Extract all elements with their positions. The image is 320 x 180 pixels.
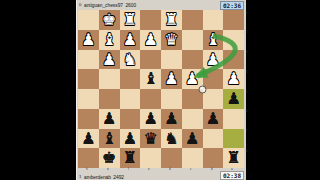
square-c5[interactable]: [182, 89, 203, 109]
file-coordinates: hgfedcba: [78, 167, 244, 171]
rank-label-4: 4: [245, 70, 247, 73]
square-d4[interactable]: ♟: [161, 69, 182, 89]
square-d5[interactable]: [161, 89, 182, 109]
black-pawn-e6[interactable]: ♟: [140, 109, 161, 129]
square-g1[interactable]: ♚: [99, 10, 120, 30]
square-d2[interactable]: ♛: [161, 30, 182, 50]
black-pawn-a5[interactable]: ♟: [223, 89, 244, 109]
square-e7[interactable]: ♛: [140, 129, 161, 149]
square-b3[interactable]: ♟: [203, 50, 224, 70]
square-d8[interactable]: [161, 148, 182, 168]
black-knight-d7[interactable]: ♞: [161, 129, 182, 149]
rank-label-3: 3: [245, 50, 247, 53]
black-pawn-b6[interactable]: ♟: [203, 109, 224, 129]
square-b2[interactable]: ♝: [203, 30, 224, 50]
square-h3[interactable]: [78, 50, 99, 70]
black-bishop-g7[interactable]: ♝: [99, 129, 120, 149]
square-f8[interactable]: ♜: [120, 148, 141, 168]
square-b5[interactable]: [203, 89, 224, 109]
square-h1[interactable]: [78, 10, 99, 30]
bottom-player-rating: 2492: [114, 175, 125, 180]
square-b4[interactable]: [203, 69, 224, 89]
square-f5[interactable]: [120, 89, 141, 109]
square-e6[interactable]: ♟: [140, 109, 161, 129]
square-a8[interactable]: ♜: [223, 148, 244, 168]
rank-label-2: 2: [245, 30, 247, 33]
square-g2[interactable]: ♝: [99, 30, 120, 50]
file-label-d: d: [169, 167, 171, 170]
square-f2[interactable]: ♟: [120, 30, 141, 50]
rank-label-8: 8: [245, 149, 247, 152]
square-e5[interactable]: [140, 89, 161, 109]
square-a6[interactable]: [223, 109, 244, 129]
board-area: ♚♜♜♟♝♟♟♛♝♟♞♟♝♟♟♟♟♟♟♟♟♟♝♟♛♞♟♚♜♜ 12345678: [77, 10, 247, 168]
letterbox-left: [0, 0, 76, 180]
white-pawn-b3[interactable]: ♟: [203, 50, 224, 70]
square-b8[interactable]: [203, 148, 224, 168]
square-h4[interactable]: [78, 69, 99, 89]
bottom-board-number: 1: [79, 175, 81, 179]
player-top-bar: 0 antiguan_chess97 2600 02:36: [77, 0, 246, 10]
white-pawn-e2[interactable]: ♟: [140, 30, 161, 50]
white-pawn-h2[interactable]: ♟: [78, 30, 99, 50]
square-h6[interactable]: [78, 109, 99, 129]
square-d6[interactable]: ♟: [161, 109, 182, 129]
white-pawn-g3[interactable]: ♟: [99, 50, 120, 70]
white-king-g1[interactable]: ♚: [99, 10, 120, 30]
white-rook-d1[interactable]: ♜: [161, 10, 182, 30]
square-e4[interactable]: ♝: [140, 69, 161, 89]
square-g6[interactable]: ♟: [99, 109, 120, 129]
file-label-b: b: [211, 167, 213, 170]
top-player-rating: 2600: [126, 3, 137, 8]
white-pawn-c4[interactable]: ♟: [182, 69, 203, 89]
square-b6[interactable]: ♟: [203, 109, 224, 129]
file-label-h: h: [86, 167, 88, 170]
square-e8[interactable]: [140, 148, 161, 168]
rank-label-5: 5: [245, 90, 247, 93]
square-e2[interactable]: ♟: [140, 30, 161, 50]
square-f4[interactable]: [120, 69, 141, 89]
square-h5[interactable]: [78, 89, 99, 109]
square-a1[interactable]: [223, 10, 244, 30]
square-g5[interactable]: [99, 89, 120, 109]
file-label-g: g: [107, 167, 109, 170]
square-a3[interactable]: [223, 50, 244, 70]
square-a4[interactable]: ♟: [223, 69, 244, 89]
square-g4[interactable]: [99, 69, 120, 89]
white-knight-f3[interactable]: ♞: [120, 50, 141, 70]
bottom-player-name: amberdenab: [84, 175, 111, 180]
square-e1[interactable]: [140, 10, 161, 30]
rank-label-6: 6: [245, 109, 247, 112]
square-b7[interactable]: [203, 129, 224, 149]
white-pawn-f2[interactable]: ♟: [120, 30, 141, 50]
black-king-g8[interactable]: ♚: [99, 148, 120, 168]
square-c7[interactable]: ♟: [182, 129, 203, 149]
white-queen-d2[interactable]: ♛: [161, 30, 182, 50]
square-h2[interactable]: ♟: [78, 30, 99, 50]
square-h7[interactable]: ♟: [78, 129, 99, 149]
white-pawn-a4[interactable]: ♟: [223, 69, 244, 89]
file-label-c: c: [190, 167, 192, 170]
square-f6[interactable]: [120, 109, 141, 129]
square-c4[interactable]: ♟: [182, 69, 203, 89]
square-d1[interactable]: ♜: [161, 10, 182, 30]
chess-board[interactable]: ♚♜♜♟♝♟♟♛♝♟♞♟♝♟♟♟♟♟♟♟♟♟♝♟♛♞♟♚♜♜: [78, 10, 244, 168]
square-d3[interactable]: [161, 50, 182, 70]
square-e3[interactable]: [140, 50, 161, 70]
square-f3[interactable]: ♞: [120, 50, 141, 70]
black-bishop-e4[interactable]: ♝: [140, 69, 161, 89]
square-d7[interactable]: ♞: [161, 129, 182, 149]
black-pawn-c7[interactable]: ♟: [182, 129, 203, 149]
square-g8[interactable]: ♚: [99, 148, 120, 168]
black-rook-a8[interactable]: ♜: [223, 148, 244, 168]
square-f7[interactable]: ♟: [120, 129, 141, 149]
square-c3[interactable]: [182, 50, 203, 70]
square-b1[interactable]: [203, 10, 224, 30]
black-pawn-f7[interactable]: ♟: [120, 129, 141, 149]
top-player-clock: 02:36: [220, 1, 244, 10]
square-g7[interactable]: ♝: [99, 129, 120, 149]
black-pawn-g6[interactable]: ♟: [99, 109, 120, 129]
square-c6[interactable]: [182, 109, 203, 129]
file-label-e: e: [148, 167, 150, 170]
square-c2[interactable]: [182, 30, 203, 50]
square-f1[interactable]: ♜: [120, 10, 141, 30]
square-a7[interactable]: [223, 129, 244, 149]
black-pawn-h7[interactable]: ♟: [78, 129, 99, 149]
black-queen-e7[interactable]: ♛: [140, 129, 161, 149]
app-window: 0 antiguan_chess97 2600 02:36 ♚♜♜♟♝♟♟♛♝♟…: [0, 0, 320, 180]
white-bishop-g2[interactable]: ♝: [99, 30, 120, 50]
letterbox-right: [246, 0, 320, 180]
bottom-player-clock: 02:38: [220, 171, 244, 180]
square-a2[interactable]: [223, 30, 244, 50]
black-pawn-d6[interactable]: ♟: [161, 109, 182, 129]
square-c8[interactable]: [182, 148, 203, 168]
file-label-f: f: [128, 167, 129, 170]
file-label-a: a: [231, 167, 233, 170]
white-rook-f1[interactable]: ♜: [120, 10, 141, 30]
top-player-name: antiguan_chess97: [84, 3, 123, 8]
square-c1[interactable]: [182, 10, 203, 30]
rank-label-1: 1: [245, 11, 247, 14]
square-g3[interactable]: ♟: [99, 50, 120, 70]
square-h8[interactable]: [78, 148, 99, 168]
black-rook-f8[interactable]: ♜: [120, 148, 141, 168]
square-a5[interactable]: ♟: [223, 89, 244, 109]
top-board-number: 0: [79, 3, 81, 7]
chess-app-panel: 0 antiguan_chess97 2600 02:36 ♚♜♜♟♝♟♟♛♝♟…: [76, 0, 246, 180]
white-pawn-d4[interactable]: ♟: [161, 69, 182, 89]
rank-label-7: 7: [245, 129, 247, 132]
white-bishop-b2[interactable]: ♝: [203, 30, 224, 50]
